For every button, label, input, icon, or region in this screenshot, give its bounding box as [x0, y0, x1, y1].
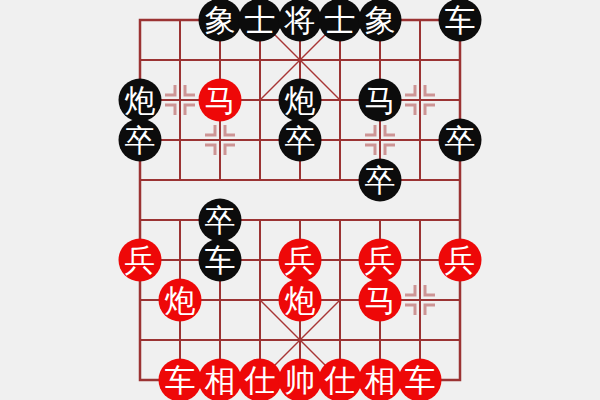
piece-red-pawn[interactable]: 兵 [119, 239, 162, 282]
piece-red-pawn[interactable]: 兵 [359, 239, 402, 282]
piece-black-cannon[interactable]: 炮 [279, 79, 322, 122]
piece-red-horse[interactable]: 马 [199, 79, 242, 122]
piece-black-elephant[interactable]: 象 [199, 0, 242, 42]
piece-red-horse[interactable]: 马 [359, 279, 402, 322]
piece-red-pawn[interactable]: 兵 [279, 239, 322, 282]
piece-black-pawn[interactable]: 卒 [359, 159, 402, 202]
piece-red-general[interactable]: 帅 [279, 359, 322, 400]
piece-black-chariot[interactable]: 车 [439, 0, 482, 42]
piece-black-pawn[interactable]: 卒 [279, 119, 322, 162]
piece-red-chariot[interactable]: 车 [159, 359, 202, 400]
piece-red-elephant[interactable]: 相 [199, 359, 242, 400]
piece-black-cannon[interactable]: 炮 [119, 79, 162, 122]
piece-black-pawn[interactable]: 卒 [119, 119, 162, 162]
xiangqi-board-screen: 象士将士象车炮马炮马卒卒卒卒卒兵车兵兵兵炮炮马车相仕帅仕相车 [0, 0, 600, 400]
piece-black-pawn[interactable]: 卒 [199, 199, 242, 242]
pieces-layer: 象士将士象车炮马炮马卒卒卒卒卒兵车兵兵兵炮炮马车相仕帅仕相车 [0, 0, 600, 400]
piece-black-general[interactable]: 将 [279, 0, 322, 42]
piece-red-advisor[interactable]: 仕 [239, 359, 282, 400]
piece-black-advisor[interactable]: 士 [239, 0, 282, 42]
piece-black-pawn[interactable]: 卒 [439, 119, 482, 162]
piece-red-chariot[interactable]: 车 [399, 359, 442, 400]
piece-red-cannon[interactable]: 炮 [279, 279, 322, 322]
piece-red-advisor[interactable]: 仕 [319, 359, 362, 400]
piece-red-elephant[interactable]: 相 [359, 359, 402, 400]
piece-red-pawn[interactable]: 兵 [439, 239, 482, 282]
piece-black-horse[interactable]: 马 [359, 79, 402, 122]
piece-black-chariot[interactable]: 车 [199, 239, 242, 282]
piece-red-cannon[interactable]: 炮 [159, 279, 202, 322]
piece-black-elephant[interactable]: 象 [359, 0, 402, 42]
piece-black-advisor[interactable]: 士 [319, 0, 362, 42]
